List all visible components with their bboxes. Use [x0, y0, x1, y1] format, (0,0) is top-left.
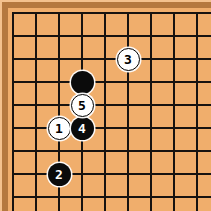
grid-hline [12, 81, 211, 83]
white-stone-move-5: 5 [71, 94, 94, 117]
grid-vline [173, 12, 175, 211]
frame-top-brown [0, 2, 211, 8]
grid-hline [12, 104, 211, 106]
grid-vline [196, 12, 198, 211]
grid-vline [35, 12, 37, 211]
grid-hline [12, 150, 211, 152]
grid-hline [12, 173, 211, 175]
grid-vline [104, 12, 106, 211]
frame-top-highlight [0, 0, 211, 2]
black-stone-move-2: 2 [48, 163, 71, 186]
grid-hline [12, 35, 211, 37]
black-stone-move-4: 4 [71, 117, 94, 140]
grid-hline [12, 12, 211, 14]
grid-hline [12, 127, 211, 129]
grid-hline [12, 196, 211, 198]
white-stone-move-1: 1 [48, 117, 71, 140]
white-stone-move-3: 3 [117, 48, 140, 71]
grid-vline [12, 12, 14, 211]
grid-hline [12, 58, 211, 60]
frame-left-brown [2, 0, 8, 211]
grid-vline [150, 12, 152, 211]
frame-left-highlight [0, 0, 2, 211]
black-stone [71, 71, 94, 94]
grid-vline [127, 12, 129, 211]
go-diagram: 12345 [0, 0, 211, 211]
